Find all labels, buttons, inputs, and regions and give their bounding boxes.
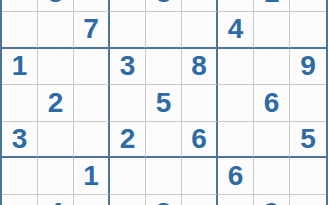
sudoku-cell-r2c9[interactable]: [290, 0, 326, 12]
sudoku-cell-r5c6[interactable]: [182, 85, 218, 122]
sudoku-cell-r5c4[interactable]: [110, 85, 146, 122]
sudoku-cell-r3c8[interactable]: [254, 12, 290, 49]
sudoku-cell-r2c4[interactable]: [110, 0, 146, 12]
sudoku-cell-r5c1[interactable]: [2, 85, 38, 122]
sudoku-cell-r3c2[interactable]: [38, 12, 74, 49]
sudoku-cell-r6c7[interactable]: [218, 122, 254, 159]
sudoku-cell-r4c2[interactable]: [38, 49, 74, 86]
sudoku-cell-r6c4[interactable]: 2: [110, 122, 146, 159]
sudoku-cell-r2c6[interactable]: [182, 0, 218, 12]
sudoku-cell-r4c3[interactable]: [74, 49, 110, 86]
sudoku-cell-r2c7[interactable]: [218, 0, 254, 12]
sudoku-cell-r5c9[interactable]: [290, 85, 326, 122]
sudoku-cell-r4c8[interactable]: [254, 49, 290, 86]
sudoku-cell-r2c2[interactable]: 5: [38, 0, 74, 12]
sudoku-cell-r8c4[interactable]: [110, 195, 146, 205]
sudoku-cell-r8c9[interactable]: [290, 195, 326, 205]
sudoku-cell-r7c4[interactable]: [110, 158, 146, 195]
sudoku-cell-r4c9[interactable]: 9: [290, 49, 326, 86]
sudoku-cell-r7c1[interactable]: [2, 158, 38, 195]
sudoku-cell-r8c5[interactable]: 3: [146, 195, 182, 205]
sudoku-cell-r6c2[interactable]: [38, 122, 74, 159]
sudoku-cell-r8c8[interactable]: 9: [254, 195, 290, 205]
sudoku-cell-r3c7[interactable]: 4: [218, 12, 254, 49]
sudoku-cell-r4c5[interactable]: [146, 49, 182, 86]
sudoku-cell-r7c5[interactable]: [146, 158, 182, 195]
sudoku-board: 581741389256326516439: [0, 0, 328, 205]
sudoku-cell-r4c4[interactable]: 3: [110, 49, 146, 86]
sudoku-viewport: 581741389256326516439: [0, 0, 328, 205]
sudoku-cell-r5c2[interactable]: 2: [38, 85, 74, 122]
sudoku-cell-r5c3[interactable]: [74, 85, 110, 122]
sudoku-cell-r7c2[interactable]: [38, 158, 74, 195]
sudoku-cell-r8c6[interactable]: [182, 195, 218, 205]
sudoku-cell-r3c9[interactable]: [290, 12, 326, 49]
sudoku-cell-r3c6[interactable]: [182, 12, 218, 49]
sudoku-cell-r7c3[interactable]: 1: [74, 158, 110, 195]
sudoku-cell-r5c5[interactable]: 5: [146, 85, 182, 122]
sudoku-cell-r3c1[interactable]: [2, 12, 38, 49]
sudoku-cell-r8c1[interactable]: [2, 195, 38, 205]
sudoku-cell-r6c9[interactable]: 5: [290, 122, 326, 159]
sudoku-cell-r3c3[interactable]: 7: [74, 12, 110, 49]
sudoku-cell-r2c3[interactable]: [74, 0, 110, 12]
sudoku-cell-r5c8[interactable]: 6: [254, 85, 290, 122]
sudoku-cell-r7c9[interactable]: [290, 158, 326, 195]
sudoku-cell-r2c1[interactable]: [2, 0, 38, 12]
sudoku-cell-r5c7[interactable]: [218, 85, 254, 122]
sudoku-cell-r4c6[interactable]: 8: [182, 49, 218, 86]
sudoku-cell-r6c6[interactable]: 6: [182, 122, 218, 159]
sudoku-cell-r8c7[interactable]: [218, 195, 254, 205]
sudoku-cell-r6c5[interactable]: [146, 122, 182, 159]
sudoku-cell-r6c8[interactable]: [254, 122, 290, 159]
sudoku-cell-r8c3[interactable]: [74, 195, 110, 205]
sudoku-cell-r7c8[interactable]: [254, 158, 290, 195]
sudoku-cell-r4c7[interactable]: [218, 49, 254, 86]
sudoku-cell-r2c8[interactable]: 1: [254, 0, 290, 12]
sudoku-cell-r3c5[interactable]: [146, 12, 182, 49]
sudoku-cell-r3c4[interactable]: [110, 12, 146, 49]
sudoku-cell-r6c1[interactable]: 3: [2, 122, 38, 159]
sudoku-cell-r4c1[interactable]: 1: [2, 49, 38, 86]
sudoku-cell-r7c7[interactable]: 6: [218, 158, 254, 195]
sudoku-cell-r8c2[interactable]: 4: [38, 195, 74, 205]
sudoku-cell-r6c3[interactable]: [74, 122, 110, 159]
sudoku-cell-r2c5[interactable]: 8: [146, 0, 182, 12]
sudoku-cell-r7c6[interactable]: [182, 158, 218, 195]
